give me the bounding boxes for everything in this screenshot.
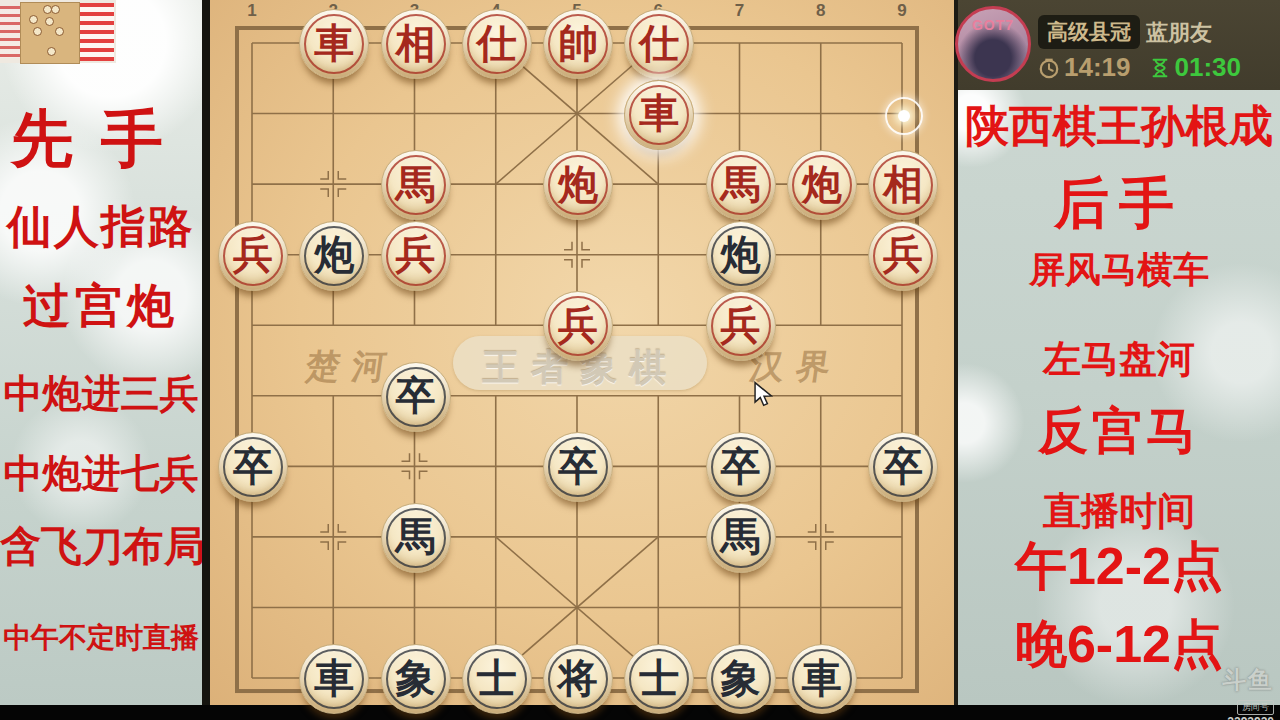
piece-red[interactable]: 兵 [706, 291, 776, 361]
piece-red[interactable]: 仕 [462, 9, 532, 79]
piece-red[interactable]: 兵 [868, 221, 938, 291]
left-panel: 先手 仙人指路 过宫炮 中炮进三兵 中炮进七兵 含飞刀布局 中午不定时直播 [0, 0, 202, 705]
piece-red[interactable]: 車 [624, 80, 694, 150]
piece-red[interactable]: 炮 [543, 150, 613, 220]
left-panel-line: 先手 [0, 108, 202, 170]
elapsed-time: 14:19 [1064, 52, 1131, 83]
piece-black[interactable]: 将 [543, 644, 613, 714]
right-panel: GOT7 高级县冠 蓝朋友 14:19 01:30 陕西棋王孙根成 后手 屏风马… [958, 0, 1280, 705]
piece-black[interactable]: 卒 [381, 362, 451, 432]
piece-black[interactable]: 士 [624, 644, 694, 714]
avatar[interactable]: GOT7 [955, 6, 1031, 82]
piece-black[interactable]: 士 [462, 644, 532, 714]
player-info-bar: GOT7 高级县冠 蓝朋友 14:19 01:30 [958, 0, 1280, 90]
piece-black[interactable]: 車 [787, 644, 857, 714]
right-panel-line: 晚6-12点 [958, 618, 1280, 670]
piece-black[interactable]: 象 [381, 644, 451, 714]
column-label: 7 [735, 1, 744, 21]
pip-mini-board [20, 2, 80, 64]
right-panel-line: 后手 [958, 176, 1280, 231]
piece-red[interactable]: 帥 [543, 9, 613, 79]
piece-red[interactable]: 相 [868, 150, 938, 220]
piece-red[interactable]: 兵 [381, 221, 451, 291]
piece-black[interactable]: 卒 [868, 432, 938, 502]
pip-left-text [0, 6, 20, 58]
piece-red[interactable]: 炮 [787, 150, 857, 220]
piece-red[interactable]: 馬 [381, 150, 451, 220]
piece-black[interactable]: 卒 [218, 432, 288, 502]
clock-row: 14:19 01:30 [1038, 52, 1241, 83]
piece-red[interactable]: 仕 [624, 9, 694, 79]
avatar-label: GOT7 [958, 17, 1028, 33]
piece-black[interactable]: 馬 [381, 503, 451, 573]
piece-black[interactable]: 象 [706, 644, 776, 714]
room-number: 2293920 [1222, 715, 1274, 720]
piece-black[interactable]: 卒 [543, 432, 613, 502]
piece-black[interactable]: 車 [299, 644, 369, 714]
piece-red[interactable]: 兵 [218, 221, 288, 291]
right-panel-line: 屏风马横车 [958, 252, 1280, 288]
stream-frame: 先手 仙人指路 过宫炮 中炮进三兵 中炮进七兵 含飞刀布局 中午不定时直播 楚河… [0, 0, 1280, 720]
left-panel-line: 中炮进七兵 [0, 454, 202, 493]
mouse-cursor [753, 381, 775, 407]
right-panel-line: 反宫马 [958, 406, 1280, 456]
left-panel-line: 仙人指路 [0, 204, 202, 249]
column-label: 8 [816, 1, 825, 21]
piece-red[interactable]: 兵 [543, 291, 613, 361]
piece-black[interactable]: 炮 [706, 221, 776, 291]
column-label: 9 [897, 1, 906, 21]
left-panel-line: 含飞刀布局 [0, 526, 202, 567]
right-panel-line: 直播时间 [958, 492, 1280, 530]
hourglass-icon [1149, 57, 1171, 79]
pip-right-text [80, 3, 114, 61]
pip-inset-diagram [0, 0, 116, 63]
move-origin-marker [885, 97, 923, 135]
left-panel-line: 中炮进三兵 [0, 374, 202, 413]
move-timer: 01:30 [1175, 52, 1242, 83]
piece-red[interactable]: 馬 [706, 150, 776, 220]
piece-black[interactable]: 卒 [706, 432, 776, 502]
piece-red[interactable]: 車 [299, 9, 369, 79]
right-panel-line: 陕西棋王孙根成 [958, 104, 1280, 148]
rank-badge: 高级县冠 [1038, 15, 1140, 49]
piece-black[interactable]: 馬 [706, 503, 776, 573]
clock-icon [1038, 57, 1060, 79]
player-name: 蓝朋友 [1146, 18, 1212, 48]
panel-divider [202, 0, 210, 705]
column-label: 1 [247, 1, 256, 21]
piece-black[interactable]: 炮 [299, 221, 369, 291]
piece-red[interactable]: 相 [381, 9, 451, 79]
left-panel-line: 过宫炮 [0, 282, 202, 329]
left-panel-line: 中午不定时直播 [0, 624, 202, 652]
site-watermark: 斗鱼 房间号 2293920 [1222, 664, 1274, 720]
xiangqi-board[interactable]: 楚河 王者象棋 汉界 123456789 車相仕帥仕車馬炮馬炮相兵炮兵炮兵兵兵卒… [210, 0, 954, 705]
right-panel-line: 午12-2点 [958, 540, 1280, 592]
douyu-logo: 斗鱼 [1222, 664, 1274, 696]
room-label: 房间号 [1237, 700, 1274, 715]
right-panel-line: 左马盘河 [958, 340, 1280, 378]
